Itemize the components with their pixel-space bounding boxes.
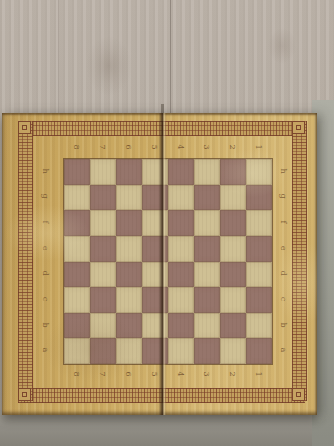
square-b4 bbox=[168, 313, 194, 339]
border-pattern-left bbox=[18, 121, 33, 401]
coord-right-b: b bbox=[275, 317, 291, 333]
coord-right-a: a bbox=[275, 342, 291, 358]
square-c4 bbox=[168, 287, 194, 313]
coord-right-e: e bbox=[275, 240, 291, 256]
coord-left-d: d bbox=[37, 265, 53, 281]
square-c3 bbox=[194, 287, 220, 313]
coord-bottom-5: 5 bbox=[146, 366, 162, 382]
square-d7 bbox=[90, 262, 116, 288]
square-a6 bbox=[116, 338, 142, 364]
square-e6 bbox=[116, 236, 142, 262]
square-e3 bbox=[194, 236, 220, 262]
coord-left-c: c bbox=[37, 291, 53, 307]
square-f2 bbox=[220, 210, 246, 236]
coord-top-8: 8 bbox=[68, 139, 84, 155]
square-b1 bbox=[246, 313, 272, 339]
square-h4 bbox=[168, 159, 194, 185]
square-h3 bbox=[194, 159, 220, 185]
coord-left-g: g bbox=[37, 188, 53, 204]
coord-top-1: 1 bbox=[250, 139, 266, 155]
coord-left-h: h bbox=[37, 163, 53, 179]
square-e4 bbox=[168, 236, 194, 262]
square-e8 bbox=[64, 236, 90, 262]
floor-laminate: 8765432187654321hgfedcbahgfedcba bbox=[0, 0, 334, 446]
square-b2 bbox=[220, 313, 246, 339]
square-g1 bbox=[246, 185, 272, 211]
square-d3 bbox=[194, 262, 220, 288]
square-h7 bbox=[90, 159, 116, 185]
coord-top-5: 5 bbox=[146, 139, 162, 155]
board-grid bbox=[63, 158, 273, 365]
square-f4 bbox=[168, 210, 194, 236]
square-g3 bbox=[194, 185, 220, 211]
coord-bottom-6: 6 bbox=[120, 366, 136, 382]
coord-top-3: 3 bbox=[198, 139, 214, 155]
square-e7 bbox=[90, 236, 116, 262]
square-d2 bbox=[220, 262, 246, 288]
coord-left-e: e bbox=[37, 240, 53, 256]
coord-right-c: c bbox=[275, 291, 291, 307]
chess-board: 8765432187654321hgfedcbahgfedcba bbox=[2, 113, 317, 415]
floor-plank-joint bbox=[170, 0, 171, 114]
square-f8 bbox=[64, 210, 90, 236]
square-c7 bbox=[90, 287, 116, 313]
floor-wood-knot bbox=[86, 36, 132, 96]
square-h1 bbox=[246, 159, 272, 185]
square-g4 bbox=[168, 185, 194, 211]
coord-top-2: 2 bbox=[224, 139, 240, 155]
square-f7 bbox=[90, 210, 116, 236]
coord-bottom-2: 2 bbox=[224, 366, 240, 382]
square-c6 bbox=[116, 287, 142, 313]
coord-top-7: 7 bbox=[94, 139, 110, 155]
square-h2 bbox=[220, 159, 246, 185]
square-c2 bbox=[220, 287, 246, 313]
square-d1 bbox=[246, 262, 272, 288]
square-a1 bbox=[246, 338, 272, 364]
square-b6 bbox=[116, 313, 142, 339]
square-f3 bbox=[194, 210, 220, 236]
square-a8 bbox=[64, 338, 90, 364]
square-g6 bbox=[116, 185, 142, 211]
square-b3 bbox=[194, 313, 220, 339]
square-c8 bbox=[64, 287, 90, 313]
coord-top-4: 4 bbox=[172, 139, 188, 155]
square-a7 bbox=[90, 338, 116, 364]
floor-wood-knot bbox=[262, 20, 302, 72]
coord-top-6: 6 bbox=[120, 139, 136, 155]
square-f1 bbox=[246, 210, 272, 236]
square-a3 bbox=[194, 338, 220, 364]
coord-left-f: f bbox=[37, 214, 53, 230]
square-g8 bbox=[64, 185, 90, 211]
floor-shadow-below-board bbox=[0, 410, 334, 446]
floor-plank-joint bbox=[58, 0, 59, 114]
coord-bottom-7: 7 bbox=[94, 366, 110, 382]
square-e1 bbox=[246, 236, 272, 262]
coord-right-f: f bbox=[275, 214, 291, 230]
square-d4 bbox=[168, 262, 194, 288]
square-b8 bbox=[64, 313, 90, 339]
corner-medallion bbox=[18, 388, 31, 401]
coord-right-h: h bbox=[275, 163, 291, 179]
square-d6 bbox=[116, 262, 142, 288]
coord-bottom-4: 4 bbox=[172, 366, 188, 382]
coord-right-g: g bbox=[275, 188, 291, 204]
border-pattern-right bbox=[292, 121, 307, 401]
corner-medallion bbox=[18, 121, 31, 134]
coord-bottom-8: 8 bbox=[68, 366, 84, 382]
square-h8 bbox=[64, 159, 90, 185]
square-g7 bbox=[90, 185, 116, 211]
square-a2 bbox=[220, 338, 246, 364]
coord-bottom-3: 3 bbox=[198, 366, 214, 382]
square-a4 bbox=[168, 338, 194, 364]
coord-left-a: a bbox=[37, 342, 53, 358]
coord-left-b: b bbox=[37, 317, 53, 333]
square-h6 bbox=[116, 159, 142, 185]
coord-right-d: d bbox=[275, 265, 291, 281]
square-g2 bbox=[220, 185, 246, 211]
square-e2 bbox=[220, 236, 246, 262]
corner-medallion bbox=[292, 388, 305, 401]
square-b7 bbox=[90, 313, 116, 339]
square-f6 bbox=[116, 210, 142, 236]
square-c1 bbox=[246, 287, 272, 313]
coord-bottom-1: 1 bbox=[250, 366, 266, 382]
corner-medallion bbox=[292, 121, 305, 134]
square-d8 bbox=[64, 262, 90, 288]
